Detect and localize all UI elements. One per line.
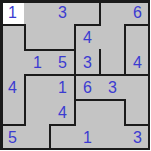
board-frame-segment <box>148 0 151 150</box>
cell-r2c6[interactable] <box>125 25 150 50</box>
cell-r2c3[interactable] <box>50 25 75 50</box>
given-digit: 4 <box>58 105 67 121</box>
region-border-segment <box>124 24 150 27</box>
cell-r1c6[interactable]: 6 <box>125 0 150 25</box>
region-border-segment <box>74 99 102 102</box>
cell-r4c3[interactable]: 1 <box>50 75 75 100</box>
region-border-segment <box>0 124 26 127</box>
cell-r1c2[interactable] <box>25 0 50 25</box>
cell-r4c5[interactable]: 3 <box>100 75 125 100</box>
given-digit: 1 <box>83 130 92 146</box>
given-digit: 6 <box>133 5 142 21</box>
given-digit: 1 <box>33 55 42 71</box>
board-frame-segment <box>0 0 150 3</box>
cell-r4c2[interactable] <box>25 75 50 100</box>
given-digit: 4 <box>83 30 92 46</box>
cell-r2c2[interactable] <box>25 25 50 50</box>
cell-r6c5[interactable] <box>100 125 125 150</box>
region-border-segment <box>49 124 77 127</box>
cell-r3c3[interactable]: 5 <box>50 50 75 75</box>
given-digit: 3 <box>83 55 92 71</box>
cell-r4c4[interactable]: 6 <box>75 75 100 100</box>
region-border-segment <box>24 49 52 52</box>
cell-r3c5[interactable] <box>100 50 125 75</box>
cell-r6c2[interactable] <box>25 125 50 150</box>
region-border-segment <box>99 49 102 77</box>
cell-r5c4[interactable] <box>75 100 100 125</box>
region-border-segment <box>99 74 127 77</box>
given-digit: 1 <box>58 80 67 96</box>
given-digit: 5 <box>8 130 17 146</box>
cell-r3c2[interactable]: 1 <box>25 50 50 75</box>
region-border-segment <box>24 24 27 52</box>
given-digit: 3 <box>108 80 117 96</box>
region-border-segment <box>49 74 77 77</box>
region-border-segment <box>74 24 77 52</box>
given-digit: 3 <box>58 5 67 21</box>
cell-r2c5[interactable] <box>100 25 125 50</box>
cell-r5c6[interactable] <box>125 100 150 125</box>
region-border-segment <box>124 74 150 77</box>
region-border-segment <box>99 0 102 26</box>
region-border-segment <box>99 99 127 102</box>
cell-r3c6[interactable]: 4 <box>125 50 150 75</box>
region-border-segment <box>124 49 127 77</box>
cell-r1c4[interactable] <box>75 0 100 25</box>
region-border-segment <box>24 99 27 127</box>
region-border-segment <box>74 99 77 127</box>
given-digit: 5 <box>58 55 67 71</box>
given-digit: 3 <box>133 130 142 146</box>
sudoku-board: 1364153441634513 <box>0 0 150 150</box>
cell-r2c4[interactable]: 4 <box>75 25 100 50</box>
cell-r6c3[interactable] <box>50 125 75 150</box>
board-frame-segment <box>0 0 3 150</box>
cell-r6c1[interactable]: 5 <box>0 125 25 150</box>
region-border-segment <box>49 124 52 150</box>
given-digit: 4 <box>8 80 17 96</box>
region-border-segment <box>24 74 27 102</box>
region-border-segment <box>74 24 102 27</box>
cell-r5c1[interactable] <box>0 100 25 125</box>
cell-r1c5[interactable] <box>100 0 125 25</box>
given-digit: 4 <box>133 55 142 71</box>
cell-r4c1[interactable]: 4 <box>0 75 25 100</box>
cell-r3c4[interactable]: 3 <box>75 50 100 75</box>
region-border-segment <box>124 99 127 127</box>
region-border-segment <box>124 24 127 52</box>
cell-r3c1[interactable] <box>0 50 25 75</box>
region-border-segment <box>74 74 102 77</box>
board-frame-segment <box>0 148 150 151</box>
cell-r6c6[interactable]: 3 <box>125 125 150 150</box>
region-border-segment <box>49 49 77 52</box>
cell-r2c1[interactable] <box>0 25 25 50</box>
cell-r1c3[interactable]: 3 <box>50 0 75 25</box>
cell-r5c2[interactable] <box>25 100 50 125</box>
cell-r6c4[interactable]: 1 <box>75 125 100 150</box>
given-digit: 1 <box>8 5 17 21</box>
region-border-segment <box>74 74 77 102</box>
cell-r4c6[interactable] <box>125 75 150 100</box>
given-digit: 6 <box>83 80 92 96</box>
region-border-segment <box>24 74 52 77</box>
region-border-segment <box>124 124 150 127</box>
region-border-segment <box>0 24 26 27</box>
cell-r5c5[interactable] <box>100 100 125 125</box>
region-border-segment <box>74 49 77 77</box>
cell-r1c1[interactable]: 1 <box>0 0 25 25</box>
cell-r5c3[interactable]: 4 <box>50 100 75 125</box>
